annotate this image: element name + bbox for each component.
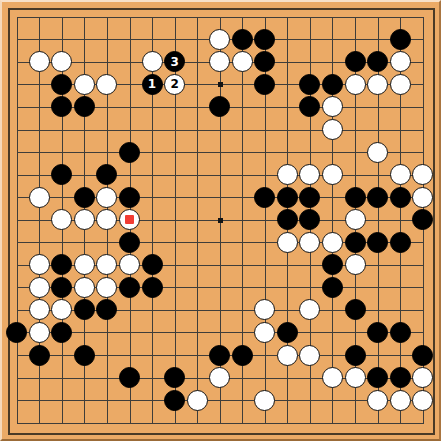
stone-black[interactable]: [142, 254, 163, 275]
stone-black[interactable]: [390, 29, 411, 50]
stone-black[interactable]: [119, 232, 140, 253]
stone-white[interactable]: [29, 254, 50, 275]
stone-black[interactable]: [390, 367, 411, 388]
stone-black[interactable]: [345, 232, 366, 253]
stone-white[interactable]: [412, 187, 433, 208]
stone-white[interactable]: [142, 51, 163, 72]
stone-black[interactable]: [164, 367, 185, 388]
stone-black[interactable]: [277, 209, 298, 230]
stone-black[interactable]: [367, 322, 388, 343]
stone-black[interactable]: [277, 322, 298, 343]
stone-black[interactable]: [367, 232, 388, 253]
stone-white[interactable]: [390, 164, 411, 185]
stone-white[interactable]: [277, 232, 298, 253]
stone-black[interactable]: [119, 142, 140, 163]
stone-black[interactable]: [119, 187, 140, 208]
stone-white[interactable]: [29, 187, 50, 208]
stone-white[interactable]: [345, 367, 366, 388]
stone-white[interactable]: [322, 164, 343, 185]
stone-white[interactable]: [390, 390, 411, 411]
stone-black[interactable]: [74, 345, 95, 366]
stone-white[interactable]: [299, 232, 320, 253]
stone-black[interactable]: [367, 367, 388, 388]
stone-white[interactable]: [232, 51, 253, 72]
go-board-screenshot: 312: [0, 0, 441, 441]
star-point: [218, 218, 223, 223]
stone-black[interactable]: [367, 187, 388, 208]
stone-black[interactable]: [232, 29, 253, 50]
stone-black[interactable]: [119, 367, 140, 388]
stone-black[interactable]: [119, 277, 140, 298]
star-point: [218, 82, 223, 87]
stone-black[interactable]: [74, 187, 95, 208]
stone-black[interactable]: [29, 345, 50, 366]
stone-white[interactable]: [29, 277, 50, 298]
stone-white[interactable]: [322, 232, 343, 253]
stone-white[interactable]: [390, 51, 411, 72]
square-mark: [125, 215, 134, 224]
stone-black[interactable]: [254, 29, 275, 50]
stone-black[interactable]: [345, 345, 366, 366]
stone-white[interactable]: [390, 74, 411, 95]
stone-white[interactable]: [367, 74, 388, 95]
stone-white[interactable]: [96, 187, 117, 208]
stone-white[interactable]: [187, 390, 208, 411]
stone-black[interactable]: [254, 187, 275, 208]
stone-white[interactable]: [345, 254, 366, 275]
stone-white[interactable]: [322, 119, 343, 140]
stone-black[interactable]: [345, 51, 366, 72]
stone-white[interactable]: [74, 74, 95, 95]
stone-white[interactable]: [322, 367, 343, 388]
stone-white[interactable]: [209, 29, 230, 50]
stone-black[interactable]: [232, 345, 253, 366]
stone-black[interactable]: [299, 187, 320, 208]
stone-white[interactable]: [29, 322, 50, 343]
stone-black[interactable]: [345, 187, 366, 208]
stone-black[interactable]: [277, 187, 298, 208]
stone-black[interactable]: [142, 277, 163, 298]
stone-white[interactable]: [345, 209, 366, 230]
stone-white[interactable]: [367, 390, 388, 411]
move-number-label: 3: [170, 56, 178, 68]
go-board[interactable]: 312: [0, 0, 441, 441]
stone-black[interactable]: [322, 277, 343, 298]
stone-white[interactable]: [74, 209, 95, 230]
stone-black[interactable]: [412, 345, 433, 366]
stone-white[interactable]: [254, 390, 275, 411]
stone-white[interactable]: [29, 51, 50, 72]
stone-black[interactable]: [209, 345, 230, 366]
grid-line-horizontal: [17, 423, 424, 424]
stone-black[interactable]: [164, 390, 185, 411]
move-number-label: 2: [170, 78, 178, 90]
move-number-label: 1: [148, 78, 156, 90]
stone-black[interactable]: [322, 74, 343, 95]
stone-white[interactable]: [277, 345, 298, 366]
grid-line-horizontal: [17, 332, 424, 333]
stone-black[interactable]: [390, 232, 411, 253]
grid-line-horizontal: [17, 400, 424, 401]
stone-black[interactable]: 1: [142, 74, 163, 95]
stone-white[interactable]: [412, 390, 433, 411]
stone-black[interactable]: [345, 299, 366, 320]
stone-white[interactable]: [345, 74, 366, 95]
stone-white[interactable]: [74, 277, 95, 298]
stone-black[interactable]: [390, 322, 411, 343]
stone-white[interactable]: 2: [164, 74, 185, 95]
stone-white[interactable]: [277, 164, 298, 185]
stone-black[interactable]: [390, 187, 411, 208]
stone-white[interactable]: [299, 345, 320, 366]
stone-white[interactable]: [367, 142, 388, 163]
